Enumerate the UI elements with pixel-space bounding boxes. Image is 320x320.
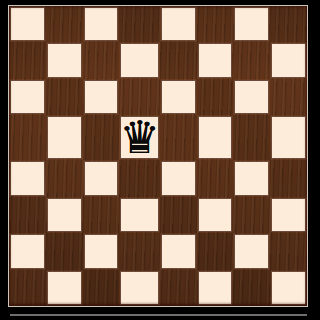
square-h3 [270, 197, 307, 233]
square-a2 [9, 233, 46, 269]
square-e3 [160, 197, 197, 233]
page-background: ♛ [0, 0, 320, 320]
square-d7 [119, 42, 159, 78]
square-f6 [197, 79, 234, 115]
square-g4 [233, 160, 270, 196]
square-d2 [119, 233, 159, 269]
square-c2 [83, 233, 120, 269]
square-g7 [233, 42, 270, 78]
square-h1 [270, 270, 307, 306]
square-a6 [9, 79, 46, 115]
square-g5 [233, 115, 270, 160]
square-b6 [46, 79, 83, 115]
square-e2 [160, 233, 197, 269]
square-f8 [197, 6, 234, 42]
square-g3 [233, 197, 270, 233]
square-c8 [83, 6, 120, 42]
square-a8 [9, 6, 46, 42]
square-h2 [270, 233, 307, 269]
square-d4 [119, 160, 159, 196]
square-d3 [119, 197, 159, 233]
square-a5 [9, 115, 46, 160]
square-d8 [119, 6, 159, 42]
square-h4 [270, 160, 307, 196]
square-c5 [83, 115, 120, 160]
square-g8 [233, 6, 270, 42]
square-b1 [46, 270, 83, 306]
square-e5 [160, 115, 197, 160]
square-a3 [9, 197, 46, 233]
square-a4 [9, 160, 46, 196]
square-c4 [83, 160, 120, 196]
square-a7 [9, 42, 46, 78]
square-b8 [46, 6, 83, 42]
square-a1 [9, 270, 46, 306]
square-c6 [83, 79, 120, 115]
square-h6 [270, 79, 307, 115]
square-f5 [197, 115, 234, 160]
square-f4 [197, 160, 234, 196]
square-b3 [46, 197, 83, 233]
square-g1 [233, 270, 270, 306]
square-h5 [270, 115, 307, 160]
square-c7 [83, 42, 120, 78]
square-b7 [46, 42, 83, 78]
square-e7 [160, 42, 197, 78]
square-b2 [46, 233, 83, 269]
square-e1 [160, 270, 197, 306]
square-g2 [233, 233, 270, 269]
square-b4 [46, 160, 83, 196]
square-d1 [119, 270, 159, 306]
square-h8 [270, 6, 307, 42]
black-queen: ♛ [119, 115, 159, 160]
image-shadow-line [10, 314, 307, 316]
square-b5 [46, 115, 83, 160]
chess-board[interactable]: ♛ [8, 5, 308, 307]
square-c1 [83, 270, 120, 306]
square-f1 [197, 270, 234, 306]
square-f3 [197, 197, 234, 233]
square-h7 [270, 42, 307, 78]
square-d6 [119, 79, 159, 115]
square-c3 [83, 197, 120, 233]
square-g6 [233, 79, 270, 115]
square-e8 [160, 6, 197, 42]
square-f7 [197, 42, 234, 78]
square-e6 [160, 79, 197, 115]
square-f2 [197, 233, 234, 269]
square-e4 [160, 160, 197, 196]
square-d5: ♛ [119, 115, 159, 160]
